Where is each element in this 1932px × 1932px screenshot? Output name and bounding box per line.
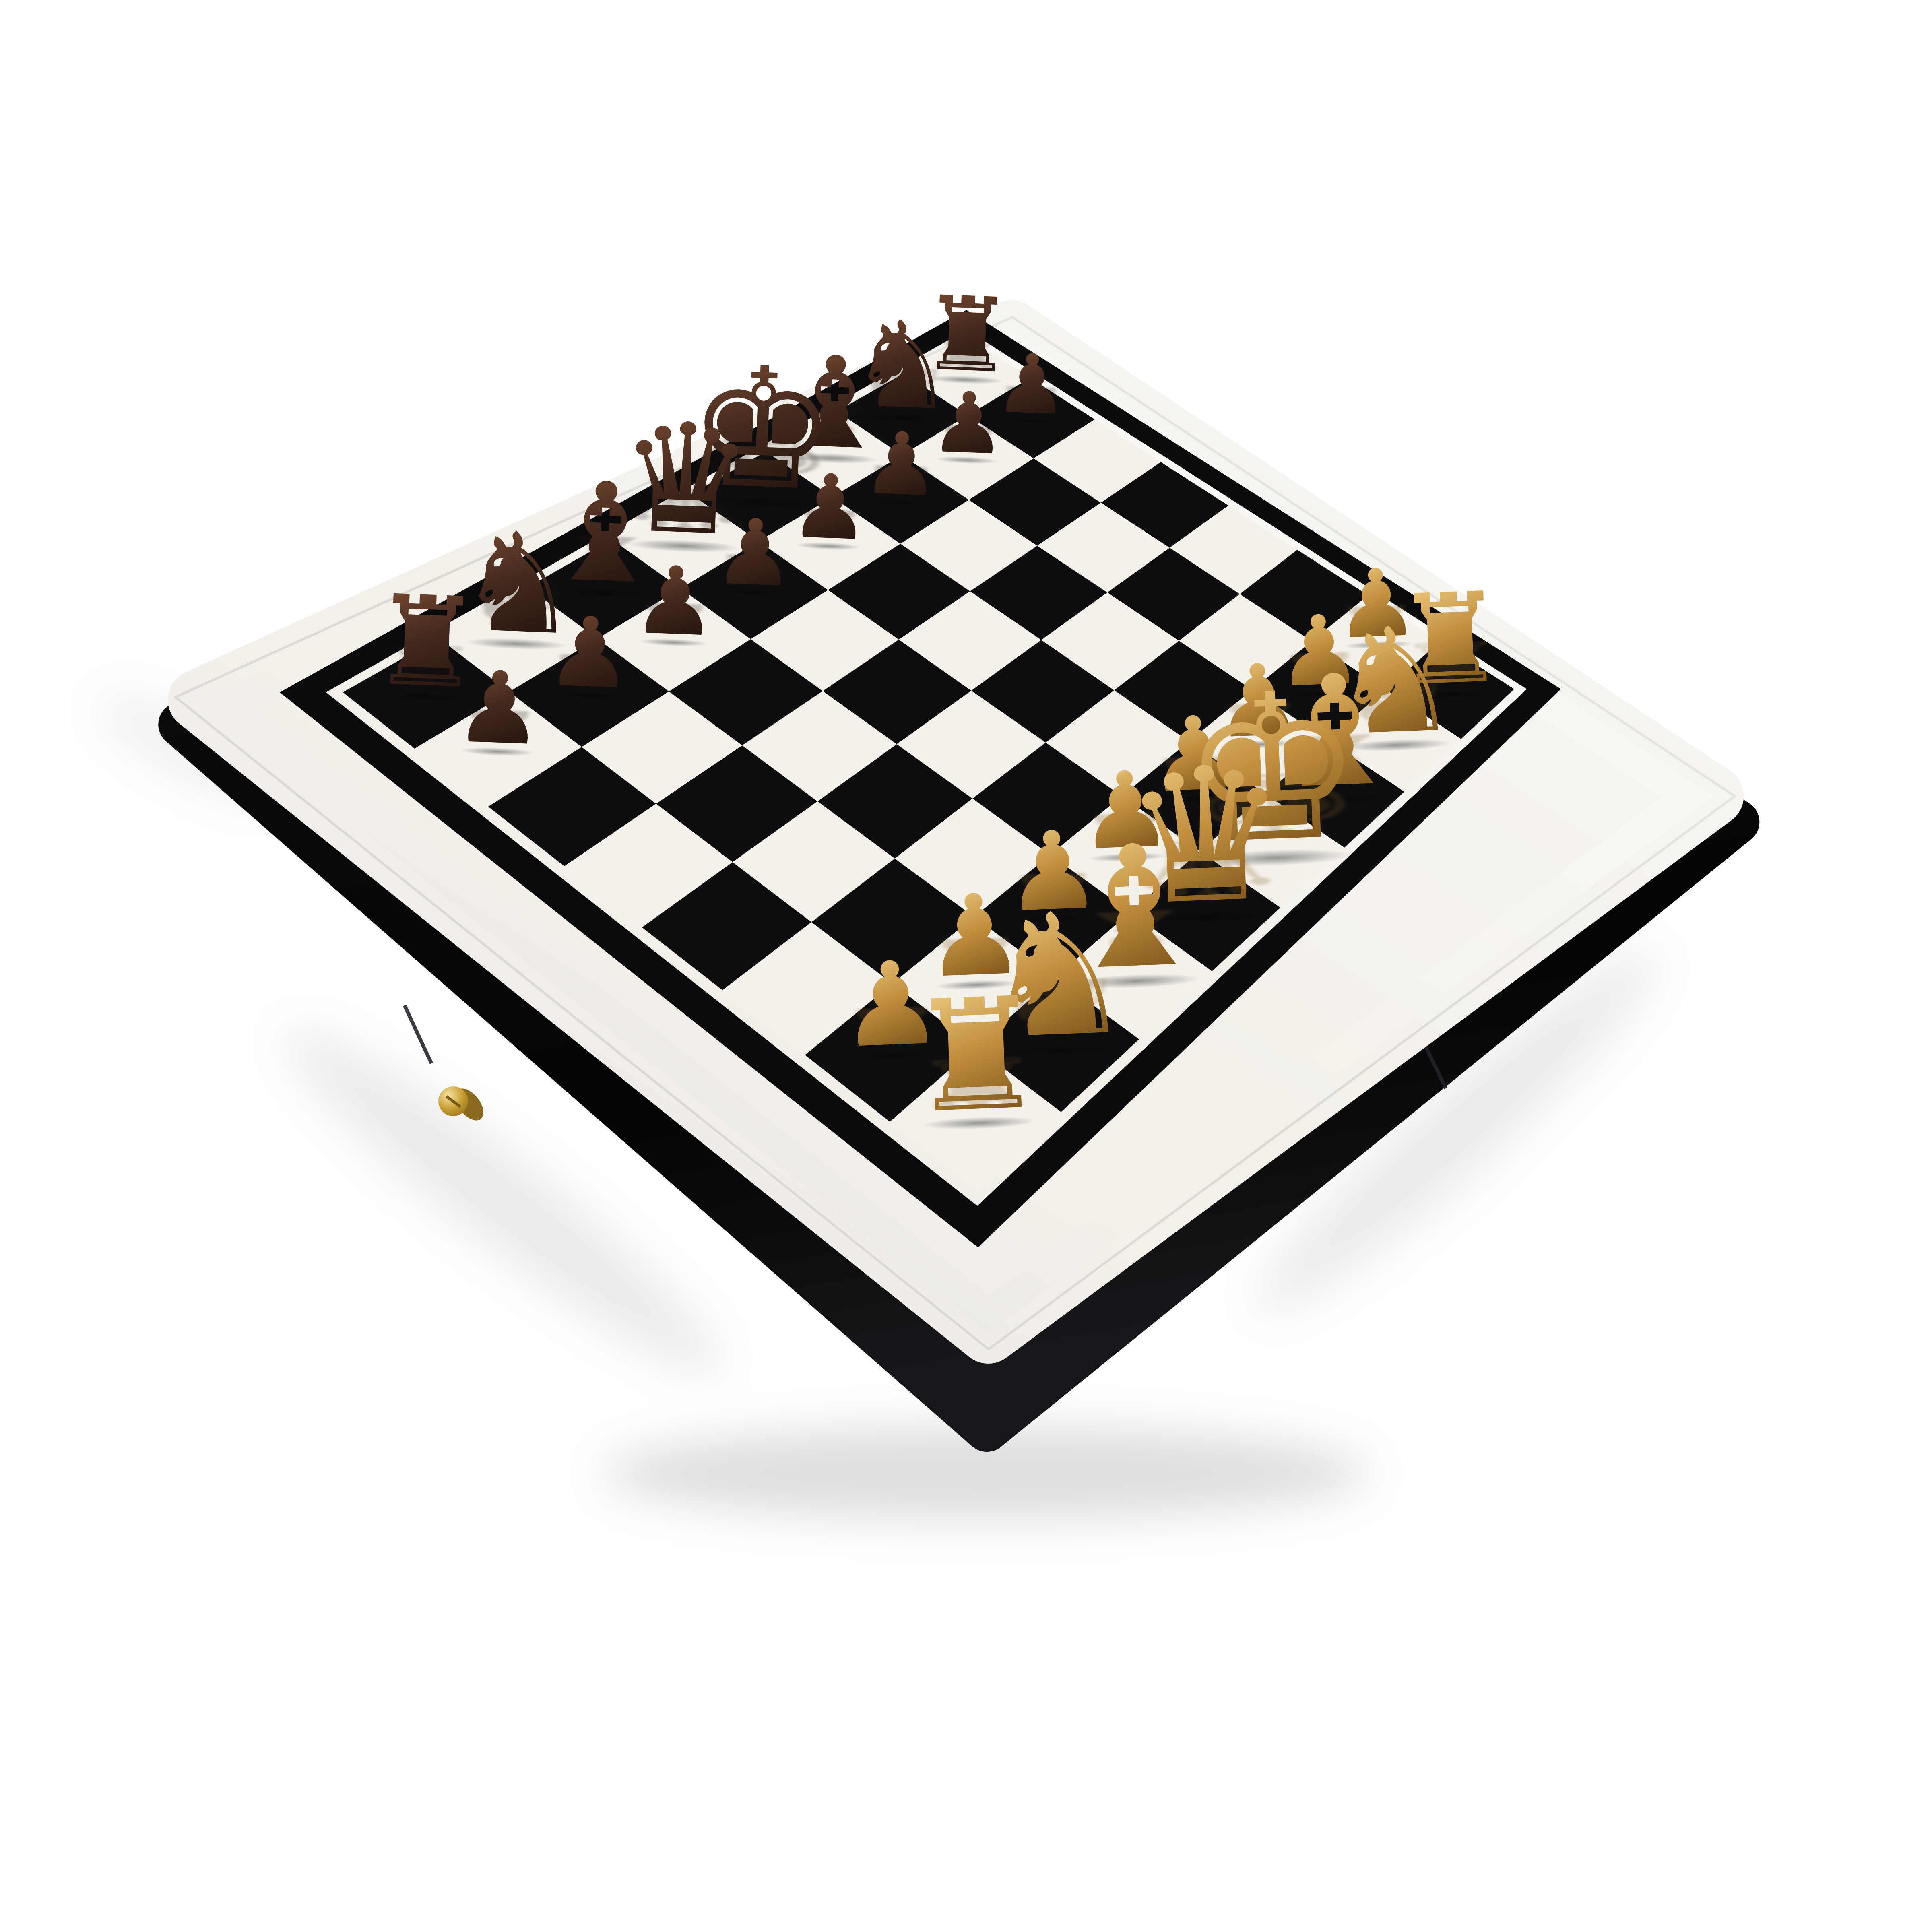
- pieces-layer: ♜♜♞♞♟♟♝♝♟♟♚♚♟♟♛♛♟♟♝♝♟♟♞♞♟♟♟♟♜♜♟♟♟♟♜♜♞♞♟♟…: [0, 0, 1932, 1932]
- pawn-glyph-icon: ♟: [453, 657, 546, 760]
- chess-set-photo: ♜♜♞♞♟♟♝♝♟♟♚♚♟♟♛♛♟♟♝♝♟♟♞♞♟♟♟♟♜♜♟♟♟♟♜♜♞♞♟♟…: [0, 0, 1932, 1932]
- piece-black-pawn-e7[interactable]: ♟♟: [712, 506, 797, 600]
- piece-black-pawn-g7[interactable]: ♟♟: [545, 603, 635, 703]
- piece-black-pawn-h7[interactable]: ♟♟: [453, 657, 546, 760]
- pawn-glyph-icon: ♟: [631, 553, 719, 650]
- pawn-glyph-icon: ♟: [545, 603, 635, 703]
- pawn-glyph-icon: ♟: [712, 506, 797, 600]
- piece-black-pawn-d7[interactable]: ♟♟: [788, 461, 871, 553]
- pawn-glyph-icon: ♟: [788, 461, 871, 553]
- pawn-glyph-icon: ♟: [861, 420, 941, 509]
- rook-glyph-icon: ♜: [905, 976, 1048, 1135]
- piece-white-rook-h1[interactable]: ♜♜: [905, 976, 1048, 1135]
- piece-black-pawn-c7[interactable]: ♟♟: [861, 420, 941, 509]
- piece-black-pawn-f7[interactable]: ♟♟: [631, 553, 719, 650]
